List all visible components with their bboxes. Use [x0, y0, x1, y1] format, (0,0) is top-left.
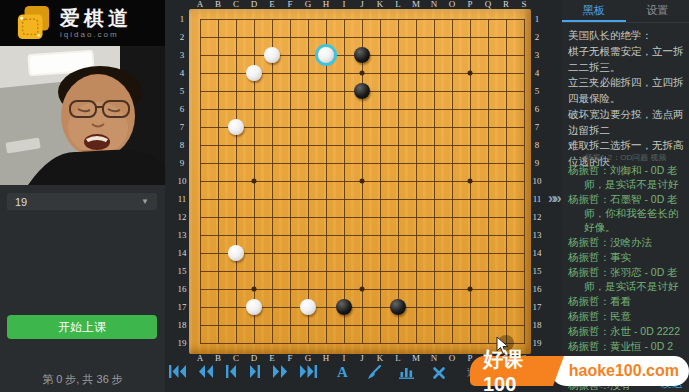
row-label: 11: [533, 194, 542, 204]
chat-message: 杨振哲：事实: [568, 250, 686, 264]
row-label: 13: [533, 230, 542, 240]
right-panel-tabs: 黑板 设置: [562, 0, 689, 23]
row-label: 19: [178, 338, 187, 348]
chat-message: 杨振哲：刘御和 - 0D 老师，是实话不是讨好: [568, 163, 686, 191]
row-label: 11: [178, 194, 187, 204]
step-forward-button[interactable]: [247, 363, 263, 380]
chat-dim-note: 杨振1-2：OD问题 视频: [562, 152, 689, 163]
chart-tool[interactable]: [397, 364, 417, 381]
row-label: 2: [180, 32, 185, 42]
chat-message: 杨振哲：民意: [568, 309, 686, 323]
column-label: E: [269, 0, 275, 9]
row-label: 6: [180, 104, 185, 114]
column-label: C: [233, 353, 239, 363]
brush-tool[interactable]: [364, 363, 383, 382]
blackboard-line: 破坏宽边要分投，选点两边留拆二: [568, 107, 685, 139]
row-label: 12: [533, 212, 542, 222]
brand-name: 爱棋道: [60, 8, 132, 28]
column-label: B: [215, 353, 221, 363]
chat-message: 杨振哲：黄业恒 - 0D 2: [568, 339, 686, 353]
watermark-badge: 好课100: [470, 356, 553, 386]
column-label: N: [431, 0, 438, 9]
row-label: 4: [180, 68, 185, 78]
playback-controls: [167, 363, 319, 380]
goban[interactable]: [191, 10, 533, 352]
white-stone: [246, 299, 262, 315]
start-class-button[interactable]: 开始上课: [7, 315, 157, 339]
skip-to-end-button[interactable]: [298, 363, 319, 380]
black-stone: [354, 83, 370, 99]
instructor-webcam-video: [0, 46, 165, 185]
column-label: H: [323, 0, 330, 9]
row-label: 16: [533, 284, 542, 294]
blackboard-line: 美国队长的绝学：: [568, 28, 685, 44]
row-label: 1: [535, 14, 540, 24]
blackboard-notes: 美国队长的绝学：棋子无根需安定，立一拆二二拆三。立三夹必能拆四，立四拆四最保险。…: [568, 28, 685, 170]
chat-panel: 黑板 设置 美国队长的绝学：棋子无根需安定，立一拆二二拆三。立三夹必能拆四，立四…: [562, 0, 689, 392]
row-label: 7: [180, 122, 185, 132]
column-label: P: [467, 0, 472, 9]
row-label: 18: [178, 320, 187, 330]
column-label: J: [360, 0, 364, 9]
column-label: S: [521, 0, 526, 9]
row-label: 16: [178, 284, 187, 294]
column-label: Q: [485, 0, 492, 9]
row-label: 4: [535, 68, 540, 78]
row-label: 2: [535, 32, 540, 42]
row-label: 5: [180, 86, 185, 96]
chat-message: 杨振哲：永世 - 0D 2222: [568, 324, 686, 338]
watermark-domain: haoke100.com: [551, 356, 689, 386]
column-label: I: [343, 0, 346, 9]
row-label: 7: [535, 122, 540, 132]
column-label: R: [503, 0, 509, 9]
column-label: K: [377, 0, 384, 9]
row-label: 17: [178, 302, 187, 312]
row-label: 15: [533, 266, 542, 276]
white-stone: [300, 299, 316, 315]
column-label: F: [287, 353, 292, 363]
row-label: 14: [178, 248, 187, 258]
column-label: A: [197, 353, 204, 363]
row-label: 18: [533, 320, 542, 330]
fast-forward-button[interactable]: [271, 363, 290, 380]
tab-settings[interactable]: 设置: [626, 0, 689, 22]
row-label: 13: [178, 230, 187, 240]
column-label: G: [305, 0, 312, 9]
row-label: 6: [535, 104, 540, 114]
brand-domain: iqidao.com: [60, 31, 132, 39]
blackboard-line: 棋子无根需安定，立一拆二二拆三。: [568, 44, 685, 76]
column-label: D: [251, 0, 258, 9]
skip-to-start-button[interactable]: [167, 363, 188, 380]
chevron-down-icon: ▼: [141, 197, 149, 206]
black-stone: [390, 299, 406, 315]
row-label: 12: [178, 212, 187, 222]
board-size-value: 19: [15, 196, 27, 208]
step-counter: 第 0 步, 共 36 步: [0, 372, 165, 387]
white-stone: [228, 119, 244, 135]
chat-message: 杨振哲：石墨智 - 0D 老师，你和我爸爸长的好像。: [568, 192, 686, 234]
board-section: AABBCCDDEEFFGGHHIIJJKKLLMMNNOOPPQQRRSS11…: [165, 0, 562, 392]
black-stone: [354, 47, 370, 63]
row-label: 10: [533, 176, 542, 186]
row-label: 14: [533, 248, 542, 258]
column-label: D: [251, 353, 258, 363]
column-label: C: [233, 0, 239, 9]
brand-logo: 爱棋道 iqidao.com: [0, 0, 165, 46]
white-stone: [246, 65, 262, 81]
column-label: L: [395, 0, 401, 9]
tab-blackboard[interactable]: 黑板: [562, 0, 626, 22]
white-stone: [264, 47, 280, 63]
column-label: O: [449, 0, 456, 9]
row-label: 10: [178, 176, 187, 186]
app-window: 爱棋道 iqidao.com: [0, 0, 689, 392]
row-label: 5: [535, 86, 540, 96]
row-label: 1: [180, 14, 185, 24]
row-label: 3: [180, 50, 185, 60]
column-label: A: [197, 0, 204, 9]
board-size-select[interactable]: 19 ▼: [7, 193, 157, 210]
step-back-button[interactable]: [223, 363, 239, 380]
clear-annotations-button[interactable]: [431, 365, 447, 381]
iqidao-logo-icon: [16, 4, 52, 42]
row-label: 9: [535, 158, 540, 168]
watermark: 好课100 haoke100.com: [470, 356, 689, 386]
left-panel: 爱棋道 iqidao.com: [0, 0, 165, 392]
row-label: 17: [533, 302, 542, 312]
column-label: G: [305, 353, 312, 363]
white-stone-last-move: [318, 47, 334, 63]
row-label: 9: [180, 158, 185, 168]
black-stone: [336, 299, 352, 315]
row-label: 15: [178, 266, 187, 276]
blackboard-line: 立三夹必能拆四，立四拆四最保险。: [568, 75, 685, 107]
column-label: M: [412, 0, 420, 9]
rewind-button[interactable]: [196, 363, 215, 380]
row-label: 3: [535, 50, 540, 60]
column-label: B: [215, 0, 221, 9]
column-label: E: [269, 353, 275, 363]
collapse-chat-chevron-icon[interactable]: »»: [548, 189, 559, 206]
row-label: 8: [535, 140, 540, 150]
column-label: H: [323, 353, 330, 363]
chat-message: 杨振哲：张羽恋 - 0D 老师，是实话不是讨好: [568, 265, 686, 293]
chat-message: 杨振哲：没啥办法: [568, 235, 686, 249]
brand-text: 爱棋道 iqidao.com: [60, 8, 132, 39]
column-label: F: [287, 0, 292, 9]
row-label: 8: [180, 140, 185, 150]
text-annotation-tool[interactable]: A: [335, 362, 350, 383]
white-stone: [228, 245, 244, 261]
chat-message: 杨振哲：看看: [568, 294, 686, 308]
